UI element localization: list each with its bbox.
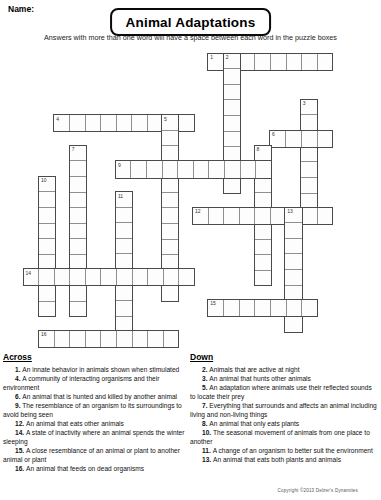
crossword-cell[interactable]: [317, 54, 333, 70]
crossword-cell[interactable]: [39, 301, 55, 317]
across-header: Across: [3, 352, 187, 362]
crossword-cell[interactable]: [116, 207, 132, 223]
clue-number: 4: [56, 117, 59, 122]
crossword-cell[interactable]: [255, 223, 271, 239]
crossword-cell[interactable]: [85, 331, 101, 347]
crossword-cell[interactable]: [54, 269, 70, 285]
crossword-cell[interactable]: [301, 208, 317, 224]
crossword-cell[interactable]: [178, 269, 194, 285]
clue-number: 15: [210, 301, 216, 306]
crossword-cell[interactable]: [70, 301, 86, 317]
crossword-cell[interactable]: [317, 131, 333, 147]
crossword-cell[interactable]: [255, 161, 271, 177]
crossword-cell[interactable]: [224, 161, 240, 177]
crossword-cell[interactable]: [162, 285, 178, 301]
crossword-cell[interactable]: [285, 222, 301, 238]
clue-number: 3: [303, 101, 306, 106]
word-14-across: [23, 268, 195, 286]
crossword-cell[interactable]: [224, 68, 240, 84]
clue-item-across-16: 16. An animal that feeds on dead organis…: [3, 464, 187, 473]
clue-item-down-2: 2. Animals that are active at night: [190, 365, 378, 374]
clue-number: 2: [226, 55, 229, 60]
crossword-cell[interactable]: [224, 131, 240, 147]
crossword-cell[interactable]: [162, 207, 178, 223]
crossword-cell[interactable]: [239, 300, 255, 316]
clue-item-across-12: 12. An animal that eats other animals: [3, 419, 187, 428]
down-clues-section: Down 2. Animals that are active at night…: [190, 352, 378, 464]
crossword-cell[interactable]: [239, 208, 255, 224]
crossword-cell[interactable]: [162, 223, 178, 239]
crossword-cell[interactable]: [254, 208, 270, 224]
crossword-cell[interactable]: [38, 269, 54, 285]
crossword-cell[interactable]: [70, 160, 86, 176]
crossword-cell[interactable]: [286, 300, 302, 316]
crossword-cell[interactable]: [301, 177, 317, 193]
crossword-cell[interactable]: [162, 192, 178, 208]
crossword-cell[interactable]: [285, 253, 301, 269]
clue-item-across-4: 4. A community of interacting organisms …: [3, 374, 187, 392]
crossword-cell[interactable]: [208, 208, 224, 224]
clue-item-across-9: 9. The resemblance of an organism to its…: [3, 401, 187, 419]
crossword-cell[interactable]: [100, 115, 116, 131]
crossword-cell[interactable]: [70, 285, 86, 301]
crossword-cell[interactable]: [270, 208, 286, 224]
crossword-cell[interactable]: [224, 99, 240, 115]
clue-item-down-13: 13. An animal that eats both plants and …: [190, 455, 378, 464]
clue-number: 9: [118, 163, 121, 168]
crossword-cell[interactable]: [70, 223, 86, 239]
crossword-cell[interactable]: [39, 191, 55, 207]
clue-item-across-14: 14. A state of inactivity where an anima…: [3, 428, 187, 446]
across-clue-list: 1. An innate behavior in animals shown w…: [3, 365, 187, 473]
clue-number: 5: [164, 117, 167, 122]
crossword-cell[interactable]: [131, 115, 147, 131]
crossword-cell[interactable]: [116, 238, 132, 254]
crossword-cell[interactable]: [130, 161, 146, 177]
crossword-cell[interactable]: [39, 254, 55, 270]
clue-number: 13: [287, 209, 293, 214]
clue-number: 11: [118, 194, 123, 199]
clue-item-down-8: 8. An animal that only eats plants: [190, 419, 378, 428]
crossword-cell[interactable]: [162, 130, 178, 146]
crossword-cell[interactable]: [69, 269, 85, 285]
clue-item-across-1: 1. An innate behavior in animals shown w…: [3, 365, 187, 374]
clue-number: 6: [272, 132, 275, 137]
clue-number: 14: [26, 271, 32, 276]
crossword-cell[interactable]: [254, 300, 270, 316]
clue-item-across-15: 15. A close resemblance of an animal or …: [3, 446, 187, 464]
word-12-across: [192, 207, 334, 225]
crossword-cell[interactable]: [116, 115, 132, 131]
crossword-cell[interactable]: [224, 178, 240, 194]
crossword-cell[interactable]: [270, 54, 286, 70]
crossword-cell[interactable]: [223, 300, 239, 316]
crossword-cell[interactable]: [100, 331, 116, 347]
crossword-cell[interactable]: [193, 161, 209, 177]
word-9-across: [115, 160, 272, 178]
crossword-cell[interactable]: [285, 316, 301, 332]
crossword-cell[interactable]: [70, 176, 86, 192]
clue-item-down-11: 11. A change of an organism to better su…: [190, 446, 378, 455]
crossword-cell[interactable]: [162, 161, 178, 177]
word-6-across: [269, 130, 334, 148]
crossword-cell[interactable]: [70, 192, 86, 208]
clue-number: 16: [41, 332, 47, 337]
word-16-across: [38, 330, 180, 348]
crossword-cell[interactable]: [301, 300, 317, 316]
down-clue-list: 2. Animals that are active at night3. An…: [190, 365, 378, 464]
crossword-cell[interactable]: [177, 161, 193, 177]
crossword-cell[interactable]: [116, 253, 132, 269]
crossword-cell[interactable]: [163, 331, 179, 347]
crossword-cell[interactable]: [285, 269, 301, 285]
clue-number: 7: [72, 147, 75, 152]
crossword-cell[interactable]: [255, 254, 271, 270]
crossword-cell[interactable]: [301, 114, 317, 130]
crossword-cell[interactable]: [116, 222, 132, 238]
crossword-cell[interactable]: [317, 208, 333, 224]
crossword-cell[interactable]: [132, 331, 148, 347]
crossword-cell[interactable]: [255, 270, 271, 286]
crossword-cell[interactable]: [240, 161, 256, 177]
word-15-across: [207, 299, 318, 317]
crossword-cell[interactable]: [301, 54, 317, 70]
crossword-cell[interactable]: [146, 161, 162, 177]
across-clues-section: Across 1. An innate behavior in animals …: [3, 352, 187, 473]
crossword-cell[interactable]: [85, 269, 101, 285]
clue-item-across-6: 6. An animal that is hunted and killed b…: [3, 392, 187, 401]
crossword-cell[interactable]: [270, 300, 286, 316]
crossword-cell[interactable]: [285, 238, 301, 254]
word-7-down: [69, 145, 87, 317]
crossword-cell[interactable]: [163, 269, 179, 285]
crossword-cell[interactable]: [116, 269, 132, 285]
crossword-cell[interactable]: [162, 239, 178, 255]
word-10-down: [38, 176, 56, 318]
crossword-cell[interactable]: [39, 223, 55, 239]
clue-number: 1: [210, 55, 213, 60]
crossword-cell[interactable]: [70, 238, 86, 254]
crossword-cell[interactable]: [85, 115, 101, 131]
crossword-cell[interactable]: [224, 115, 240, 131]
clue-item-down-7: 7. Everything that surrounds and affects…: [190, 401, 378, 419]
crossword-cell[interactable]: [208, 161, 224, 177]
crossword-cell[interactable]: [285, 131, 301, 147]
crossword-cell[interactable]: [100, 269, 116, 285]
crossword-cell[interactable]: [162, 145, 178, 161]
crossword-cell[interactable]: [301, 146, 317, 162]
crossword-cell[interactable]: [69, 115, 85, 131]
crossword-cell[interactable]: [54, 331, 70, 347]
crossword-cell[interactable]: [223, 208, 239, 224]
clue-number: 10: [41, 178, 47, 183]
crossword-cell[interactable]: [178, 115, 194, 131]
crossword-cell[interactable]: [255, 239, 271, 255]
clue-number: 8: [257, 147, 260, 152]
crossword-cell[interactable]: [39, 238, 55, 254]
crossword-cell[interactable]: [254, 54, 270, 70]
crossword-cell[interactable]: [70, 207, 86, 223]
crossword-cell[interactable]: [147, 331, 163, 347]
crossword-cell[interactable]: [255, 192, 271, 208]
crossword-cell[interactable]: [286, 54, 302, 70]
clue-item-down-10: 10. The seasonal movement of animals fro…: [190, 428, 378, 446]
crossword-cell[interactable]: [147, 269, 163, 285]
worksheet-page: Name: Animal Adaptations Answers with mo…: [0, 0, 381, 500]
crossword-cell[interactable]: [224, 84, 240, 100]
clue-item-down-3: 3. An animal that hunts other animals: [190, 374, 378, 383]
crossword-cell[interactable]: [39, 207, 55, 223]
crossword-cell[interactable]: [116, 285, 132, 301]
crossword-cell[interactable]: [39, 285, 55, 301]
down-header: Down: [190, 352, 378, 362]
crossword-cell[interactable]: [116, 300, 132, 316]
crossword-cell[interactable]: [132, 269, 148, 285]
crossword-cell[interactable]: [69, 331, 85, 347]
crossword-cell[interactable]: [116, 331, 132, 347]
clue-number: 12: [195, 209, 201, 214]
crossword-cell[interactable]: [301, 161, 317, 177]
clue-item-down-5: 5. An adaptation where animals use their…: [190, 383, 378, 401]
crossword-cell[interactable]: [301, 131, 317, 147]
copyright-text: Copyright ©2013 Delzer's Dynamites: [277, 488, 358, 493]
